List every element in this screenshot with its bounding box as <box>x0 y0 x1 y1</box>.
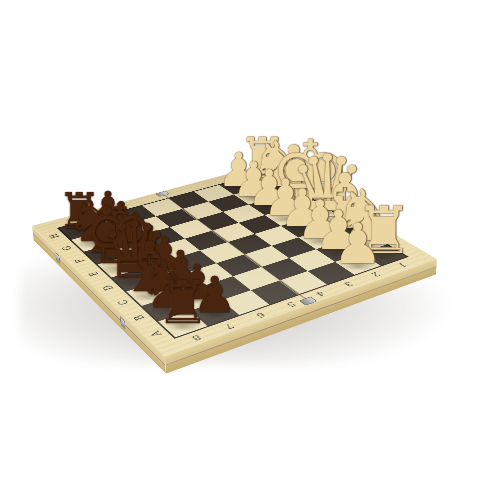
board-top-face: HGFEDCBA87654321 <box>32 162 437 356</box>
square-d5 <box>200 242 244 263</box>
square-c8 <box>126 282 173 306</box>
square-a7 <box>190 300 239 326</box>
clasp-icon <box>120 316 126 329</box>
square-b4 <box>262 258 308 280</box>
square-a1 <box>361 244 407 265</box>
square-a8 <box>158 310 208 337</box>
file-label-f: F <box>69 255 91 266</box>
square-a4 <box>280 271 327 294</box>
square-c5 <box>216 254 261 276</box>
file-label-e: E <box>83 268 106 279</box>
square-d6 <box>172 250 217 272</box>
square-f8 <box>84 243 128 264</box>
square-b8 <box>142 296 190 322</box>
file-label-b: B <box>127 311 152 324</box>
square-b2 <box>316 241 361 262</box>
chess-board: HGFEDCBA87654321 <box>32 162 437 356</box>
clasp-icon <box>56 252 61 264</box>
square-d8 <box>112 268 158 291</box>
square-a2 <box>335 253 381 275</box>
square-a5 <box>251 280 299 304</box>
square-b6 <box>204 276 251 300</box>
square-c7 <box>157 272 203 296</box>
square-c6 <box>187 263 233 286</box>
square-a6 <box>221 290 269 315</box>
file-label-g: G <box>56 243 78 253</box>
scene: HGFEDCBA87654321 <box>0 0 480 480</box>
square-a3 <box>308 262 355 285</box>
square-e7 <box>128 247 172 268</box>
file-label-d: D <box>97 282 120 294</box>
product-photo: HGFEDCBA87654321 ♜♞♝♛♚♝♞♜♟♟♟♟♟♟♟♟♟♟♟♟♟♟♟… <box>0 0 480 480</box>
square-e8 <box>97 255 142 277</box>
square-b5 <box>233 267 280 290</box>
square-d7 <box>142 259 187 281</box>
square-c4 <box>244 246 289 267</box>
square-b3 <box>289 249 334 271</box>
file-label-c: C <box>112 296 136 309</box>
square-b7 <box>173 286 221 311</box>
